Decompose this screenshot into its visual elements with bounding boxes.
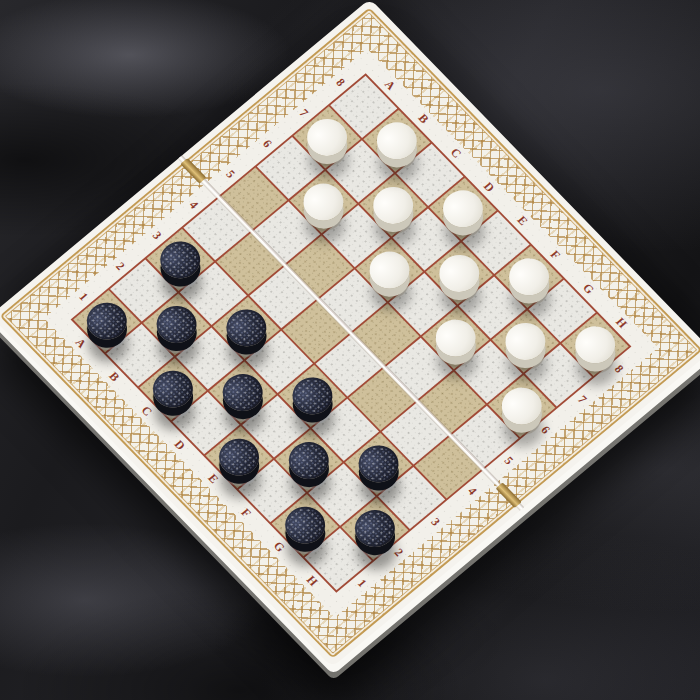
coordinate-label: 8	[611, 362, 626, 376]
coordinate-label: 8	[333, 76, 348, 90]
coordinate-label: G	[579, 281, 597, 297]
dark-piece-C3[interactable]	[218, 302, 274, 354]
white-piece-B6[interactable]	[295, 176, 351, 228]
coordinate-label: 2	[391, 546, 406, 560]
coordinate-label: 4	[464, 485, 479, 499]
coordinate-label: 6	[259, 137, 274, 151]
coordinate-label: 7	[574, 393, 589, 407]
white-piece-C7[interactable]	[365, 179, 421, 231]
white-piece-G7[interactable]	[497, 315, 553, 367]
coordinate-label: 2	[112, 259, 127, 273]
coordinate-label: 5	[501, 454, 516, 468]
coordinate-label: D	[171, 437, 188, 453]
scene: 12345678 12345678 ABCDEFGH ABCDEFGH	[0, 0, 700, 700]
white-piece-F6[interactable]	[427, 312, 483, 364]
coordinate-label: A	[381, 77, 398, 93]
coordinate-label: F	[547, 248, 563, 263]
coordinate-label: H	[303, 573, 321, 589]
white-piece-E7[interactable]	[431, 247, 487, 299]
coordinate-label: D	[480, 179, 497, 195]
coordinate-label: 4	[186, 198, 201, 212]
coordinate-label: C	[447, 145, 464, 161]
coordinate-label: E	[514, 214, 531, 229]
dark-piece-B2[interactable]	[148, 298, 204, 350]
dark-piece-F2[interactable]	[281, 434, 337, 486]
coordinate-label: E	[205, 471, 222, 486]
coordinate-label: C	[138, 403, 155, 419]
coordinate-label: G	[270, 539, 288, 555]
white-piece-D6[interactable]	[361, 244, 417, 296]
coordinate-label: 7	[296, 106, 311, 120]
coordinate-label: F	[238, 506, 254, 521]
coordinate-label: B	[105, 369, 122, 384]
dark-piece-G3[interactable]	[350, 438, 406, 490]
coordinate-label: 3	[427, 515, 442, 529]
coordinate-label: B	[415, 111, 432, 126]
coordinate-label: 3	[149, 229, 164, 243]
dark-piece-E3[interactable]	[284, 370, 340, 422]
coordinate-label: A	[72, 335, 89, 351]
coordinate-label: 1	[354, 577, 369, 591]
coordinate-label: 5	[222, 168, 237, 182]
coordinate-label: 6	[538, 423, 553, 437]
dark-piece-D2[interactable]	[215, 366, 271, 418]
coordinate-label: 1	[76, 290, 91, 304]
coordinate-label: H	[612, 315, 630, 331]
